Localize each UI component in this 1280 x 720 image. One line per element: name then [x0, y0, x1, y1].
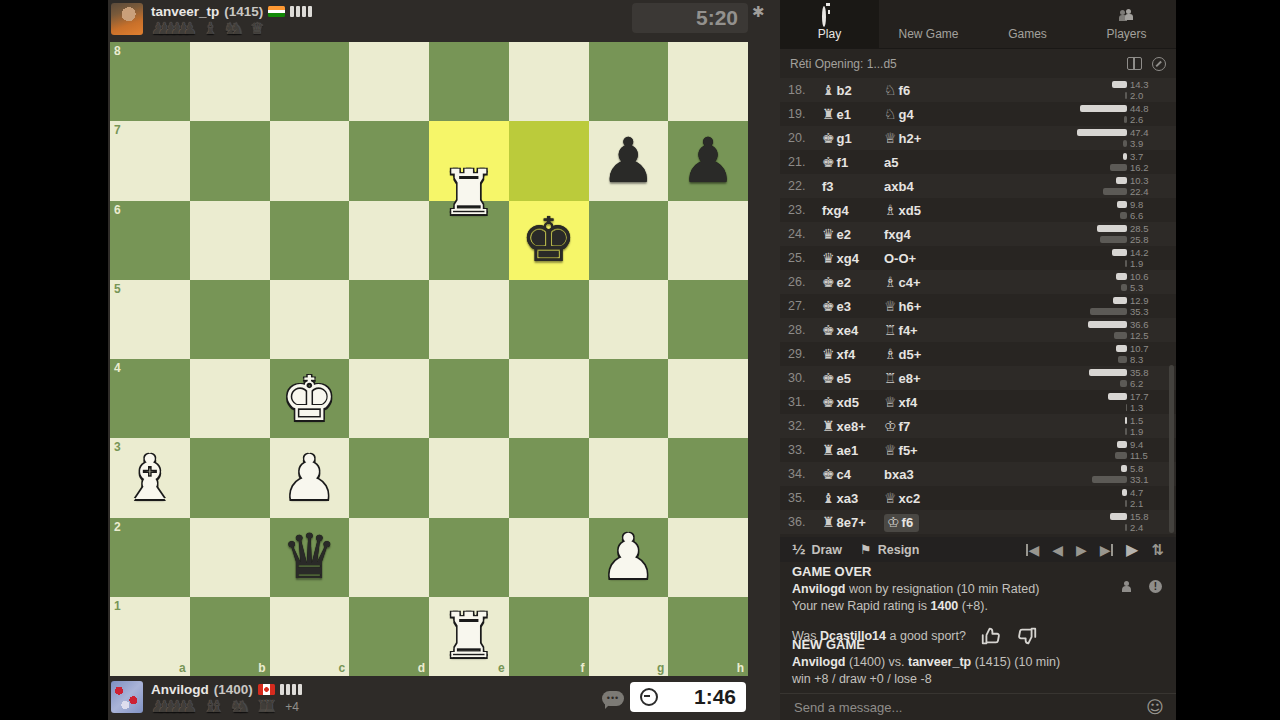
move-time-bar — [1123, 140, 1127, 147]
move-time-value: 3.7 — [1130, 151, 1158, 162]
black-queen-icon: ♕ — [884, 298, 897, 314]
move-row-26: 26.♚e2♗c4+10.65.3 — [780, 270, 1176, 294]
square-c4[interactable]: ♚ — [270, 359, 350, 438]
move-row-22: 22.f3axb410.322.4 — [780, 174, 1176, 198]
move-row-32: 32.♜xe8+♔f71.51.9 — [780, 414, 1176, 438]
bottom-captured-pieces: ♟♟♟♟♟♟♝♝♞♞♜♜+4 — [151, 698, 299, 716]
move-time-value: 1.5 — [1130, 415, 1158, 426]
clock-face-icon — [640, 688, 658, 706]
move-time-value: 25.8 — [1130, 234, 1158, 245]
move-black[interactable]: ♗c4+ — [884, 274, 976, 290]
move-list: 18.♝b2♘f614.32.019.♜e1♘g444.82.620.♚g1♕h… — [780, 78, 1176, 534]
piece-black-pawn[interactable]: ♟ — [668, 121, 748, 200]
piece-white-rook[interactable]: ♜ — [429, 153, 509, 232]
captured-pawn-icon: ♟ — [183, 21, 197, 37]
square-d7[interactable] — [349, 121, 429, 200]
move-black[interactable]: ♖f4+ — [884, 322, 976, 338]
move-row-19: 19.♜e1♘g444.82.6 — [780, 102, 1176, 126]
board-column: tanveer_tp (1415) ♟♟♟♟♟♟♝♞♞♛ 87♜♟♟6♚54♚3… — [108, 0, 780, 720]
square-b8[interactable] — [190, 42, 270, 121]
square-b7[interactable] — [190, 121, 270, 200]
white-queen-icon: ♛ — [822, 346, 835, 362]
file-label-f: f — [581, 661, 585, 675]
white-king-icon: ♚ — [822, 394, 835, 410]
square-g2[interactable]: ♟ — [589, 518, 669, 597]
square-b3[interactable] — [190, 438, 270, 517]
square-g5[interactable] — [589, 280, 669, 359]
move-black[interactable]: ♔f7 — [884, 418, 976, 434]
square-d8[interactable] — [349, 42, 429, 121]
square-f1[interactable]: f — [509, 597, 589, 676]
white-bishop-icon: ♝ — [822, 82, 835, 98]
square-f8[interactable] — [509, 42, 589, 121]
white-queen-icon: ♛ — [822, 250, 835, 266]
captured-bishop-icon: ♝ — [209, 699, 223, 715]
move-white[interactable]: ♛xf4 — [822, 346, 884, 362]
white-king-icon: ♚ — [822, 370, 835, 386]
square-g4[interactable] — [589, 359, 669, 438]
plus-square-icon — [921, 8, 937, 24]
move-time-bar — [1110, 164, 1127, 171]
square-c3[interactable]: ♟ — [270, 438, 350, 517]
move-times: 28.525.8 — [1058, 224, 1158, 245]
draw-button[interactable]: ½ Draw — [792, 542, 842, 557]
move-row-30: 30.♚e5♖e8+35.86.2 — [780, 366, 1176, 390]
tab-new-game[interactable]: New Game — [879, 0, 978, 48]
move-time-bar — [1103, 188, 1127, 195]
black-queen-icon: ♕ — [884, 394, 897, 410]
square-b4[interactable] — [190, 359, 270, 438]
move-white[interactable]: ♚g1 — [822, 130, 884, 146]
captured-queen-icon: ♛ — [250, 21, 264, 37]
move-white[interactable]: ♜xe8+ — [822, 418, 884, 434]
square-h5[interactable] — [668, 280, 748, 359]
rating-change-line: Your new Rapid rating is 1400 (+8). — [792, 598, 1164, 615]
square-b5[interactable] — [190, 280, 270, 359]
square-g7[interactable]: ♟ — [589, 121, 669, 200]
move-time-bar — [1125, 417, 1127, 424]
move-time-value: 16.2 — [1130, 162, 1158, 173]
move-white[interactable]: ♚f1 — [822, 154, 884, 170]
next-move-button[interactable]: ▶ — [1076, 542, 1087, 558]
move-black[interactable]: O-O+ — [884, 251, 976, 266]
square-d5[interactable] — [349, 280, 429, 359]
move-black[interactable]: ♕h2+ — [884, 130, 976, 146]
move-times: 10.65.3 — [1058, 272, 1158, 293]
square-c8[interactable] — [270, 42, 350, 121]
piece-white-rook[interactable]: ♜ — [429, 597, 509, 676]
move-black[interactable]: ♘g4 — [884, 106, 976, 122]
rank-label-6: 6 — [114, 203, 121, 217]
move-row-36: 36.♜8e7+♔f615.82.4 — [780, 510, 1176, 534]
tab-players[interactable]: Players — [1077, 0, 1176, 48]
bottom-player-rating: (1400) — [214, 682, 253, 697]
move-black[interactable]: ♘f6 — [884, 82, 976, 98]
explorer-icon[interactable] — [1152, 57, 1166, 71]
move-time-value: 4.7 — [1130, 487, 1158, 498]
move-times: 12.935.3 — [1058, 296, 1158, 317]
gear-icon[interactable]: ✱ — [752, 3, 765, 21]
move-black[interactable]: ♗d5+ — [884, 346, 976, 362]
share-game-icon[interactable] — [1121, 581, 1133, 593]
square-b6[interactable] — [190, 201, 270, 280]
move-time-bar — [1108, 393, 1127, 400]
move-white[interactable]: fxg4 — [822, 203, 884, 218]
report-icon[interactable]: ! — [1149, 580, 1162, 593]
move-time-bar — [1121, 465, 1127, 472]
square-d3[interactable] — [349, 438, 429, 517]
move-white[interactable]: ♚e5 — [822, 370, 884, 386]
black-bishop-icon: ♗ — [884, 202, 897, 218]
move-time-bar — [1122, 489, 1127, 496]
square-f6[interactable]: ♚ — [509, 201, 589, 280]
move-black[interactable]: ♖e8+ — [884, 370, 976, 386]
rank-label-7: 7 — [114, 123, 121, 137]
white-rook-icon: ♜ — [822, 106, 835, 122]
new-game-matchup: Anvilogd (1400) vs. tanveer_tp (1415) (1… — [792, 654, 1164, 671]
square-a6[interactable]: 6 — [110, 201, 190, 280]
move-row-35: 35.♝xa3♕xc24.72.1 — [780, 486, 1176, 510]
move-time-value: 10.7 — [1130, 343, 1158, 354]
black-knight-icon: ♘ — [884, 82, 897, 98]
tab-games[interactable]: Games — [978, 0, 1077, 48]
move-times: 35.86.2 — [1058, 368, 1158, 389]
square-h4[interactable] — [668, 359, 748, 438]
move-time-value: 14.3 — [1130, 79, 1158, 90]
move-time-value: 15.8 — [1130, 511, 1158, 522]
bottom-player-name[interactable]: Anvilogd — [151, 682, 209, 697]
move-black[interactable]: ♕f5+ — [884, 442, 976, 458]
material-advantage: +4 — [285, 700, 299, 714]
square-e7[interactable]: ♜ — [429, 121, 509, 200]
move-time-value: 1.9 — [1130, 426, 1158, 437]
top-player-name[interactable]: tanveer_tp — [151, 4, 219, 19]
move-time-bar — [1120, 380, 1127, 387]
move-time-bar — [1126, 404, 1127, 411]
piece-white-king[interactable]: ♚ — [270, 359, 350, 438]
move-black[interactable]: ♕xc2 — [884, 490, 976, 506]
square-a2[interactable]: 2 — [110, 518, 190, 597]
move-row-23: 23.fxg4♗xd59.86.6 — [780, 198, 1176, 222]
move-time-value: 8.3 — [1130, 354, 1158, 365]
captured-rook-icon: ♜ — [263, 699, 277, 715]
top-player-avatar[interactable] — [111, 3, 143, 35]
opening-book-icon[interactable] — [1127, 57, 1142, 70]
square-a5[interactable]: 5 — [110, 280, 190, 359]
file-label-g: g — [657, 661, 664, 675]
square-c7[interactable] — [270, 121, 350, 200]
white-king-icon: ♚ — [822, 466, 835, 482]
move-number: 31. — [788, 395, 822, 409]
square-f3[interactable] — [509, 438, 589, 517]
square-h3[interactable] — [668, 438, 748, 517]
move-time-bar — [1125, 92, 1127, 99]
move-times: 10.78.3 — [1058, 344, 1158, 365]
square-h8[interactable] — [668, 42, 748, 121]
opening-row: Réti Opening: 1...d5 — [780, 49, 1176, 78]
move-black[interactable]: axb4 — [884, 179, 976, 194]
move-list-scrollbar[interactable] — [1169, 365, 1174, 533]
move-time-value: 28.5 — [1130, 223, 1158, 234]
move-time-value: 5.8 — [1130, 463, 1158, 474]
captured-pawn-group: ♟♟♟♟♟♟ — [151, 21, 197, 37]
move-black[interactable]: fxg4 — [884, 227, 976, 242]
move-times: 5.833.1 — [1058, 464, 1158, 485]
move-time-bar — [1125, 260, 1127, 267]
move-time-bar — [1125, 428, 1127, 435]
file-label-d: d — [418, 661, 425, 675]
rank-label-5: 5 — [114, 282, 121, 296]
move-time-value: 2.1 — [1130, 498, 1158, 509]
captured-queen-group: ♛ — [250, 21, 264, 37]
move-number: 33. — [788, 443, 822, 457]
chat-input[interactable] — [792, 699, 1146, 716]
piece-black-queen[interactable]: ♛ — [270, 518, 350, 597]
flip-board-button[interactable]: ⇅ — [1151, 541, 1164, 559]
move-number: 23. — [788, 203, 822, 217]
move-time-bar — [1097, 225, 1127, 232]
piece-white-bishop[interactable]: ♝ — [110, 438, 190, 517]
move-time-value: 12.9 — [1130, 295, 1158, 306]
square-f7[interactable] — [509, 121, 589, 200]
square-e4[interactable] — [429, 359, 509, 438]
captured-bishop-group: ♝♝ — [203, 699, 224, 715]
move-white[interactable]: ♝b2 — [822, 82, 884, 98]
square-h1[interactable]: h — [668, 597, 748, 676]
move-number: 24. — [788, 227, 822, 241]
black-queen-icon: ♕ — [884, 442, 897, 458]
square-g1[interactable]: g — [589, 597, 669, 676]
square-h6[interactable] — [668, 201, 748, 280]
white-rook-icon: ♜ — [822, 514, 835, 530]
game-over-panel: GAME OVER Anvilogd won by resignation (1… — [780, 560, 1176, 647]
move-times: 3.716.2 — [1058, 152, 1158, 173]
move-times: 36.612.5 — [1058, 320, 1158, 341]
square-c2[interactable]: ♛ — [270, 518, 350, 597]
move-white[interactable]: ♛e2 — [822, 226, 884, 242]
square-h2[interactable] — [668, 518, 748, 597]
piece-white-pawn[interactable]: ♟ — [270, 438, 350, 517]
move-times: 9.411.5 — [1058, 440, 1158, 461]
move-number: 34. — [788, 467, 822, 481]
move-time-bar — [1117, 201, 1127, 208]
previous-move-button[interactable]: ◀ — [1052, 542, 1063, 558]
square-d4[interactable] — [349, 359, 429, 438]
move-times: 14.21.9 — [1058, 248, 1158, 269]
move-white[interactable]: ♚xd5 — [822, 394, 884, 410]
square-c5[interactable] — [270, 280, 350, 359]
square-g8[interactable] — [589, 42, 669, 121]
india-flag-icon — [268, 6, 285, 17]
chess-board[interactable]: 87♜♟♟6♚54♚3♝♟2♛♟1abcde♜fgh — [110, 42, 748, 676]
file-label-c: c — [339, 661, 346, 675]
white-rook-icon: ♜ — [822, 418, 835, 434]
square-d1[interactable]: d — [349, 597, 429, 676]
move-time-bar — [1116, 345, 1127, 352]
square-a3[interactable]: 3♝ — [110, 438, 190, 517]
tab-play[interactable]: Play — [780, 0, 879, 48]
move-time-value: 6.6 — [1130, 210, 1158, 221]
emoji-icon[interactable]: ☺ — [1146, 697, 1164, 717]
move-row-33: 33.♜ae1♕f5+9.411.5 — [780, 438, 1176, 462]
move-white[interactable]: ♜ae1 — [822, 442, 884, 458]
square-f5[interactable] — [509, 280, 589, 359]
move-black[interactable]: ♔f6 — [884, 514, 976, 530]
move-time-bar — [1116, 273, 1127, 280]
black-queen-icon: ♕ — [884, 130, 897, 146]
jump-to-end-button[interactable]: ▶ — [1100, 542, 1113, 558]
move-white[interactable]: ♚c4 — [822, 466, 884, 482]
black-bishop-icon: ♗ — [884, 346, 897, 362]
move-times: 15.82.4 — [1058, 512, 1158, 533]
captured-bishop-icon: ♝ — [203, 21, 217, 37]
rank-label-8: 8 — [114, 44, 121, 58]
move-times: 17.71.3 — [1058, 392, 1158, 413]
move-time-bar — [1125, 500, 1127, 507]
move-time-bar — [1092, 476, 1127, 483]
square-b2[interactable] — [190, 518, 270, 597]
move-times: 47.43.9 — [1058, 128, 1158, 149]
half-point-icon: ½ — [792, 542, 805, 557]
autoplay-button[interactable]: ▶ — [1126, 540, 1138, 559]
rating-bars-icon — [290, 6, 312, 17]
new-game-title: NEW GAME — [792, 637, 1164, 652]
app-window: tanveer_tp (1415) ♟♟♟♟♟♟♝♞♞♛ 87♜♟♟6♚54♚3… — [0, 0, 1280, 720]
square-e2[interactable] — [429, 518, 509, 597]
move-time-value: 1.3 — [1130, 402, 1158, 413]
rank-label-4: 4 — [114, 361, 121, 375]
move-white[interactable]: ♚e2 — [822, 274, 884, 290]
move-time-bar — [1116, 177, 1127, 184]
square-e1[interactable]: e♜ — [429, 597, 509, 676]
black-queen-icon: ♕ — [884, 490, 897, 506]
move-black[interactable]: ♗xd5 — [884, 202, 976, 218]
move-white[interactable]: ♚e3 — [822, 298, 884, 314]
move-row-34: 34.♚c4bxa35.833.1 — [780, 462, 1176, 486]
move-black[interactable]: a5 — [884, 155, 976, 170]
captured-rook-group: ♜♜ — [256, 699, 277, 715]
game-controls: ½ Draw ⚑ Resign ◀ ◀ ▶ ▶ ▶ ⇅ — [780, 537, 1176, 562]
move-time-bar — [1112, 249, 1127, 256]
piece-black-pawn[interactable]: ♟ — [589, 121, 669, 200]
piece-white-pawn[interactable]: ♟ — [589, 518, 669, 597]
tab-bar: Play New Game Games Players — [780, 0, 1176, 49]
move-time-value: 2.6 — [1130, 114, 1158, 125]
square-a8[interactable]: 8 — [110, 42, 190, 121]
move-white[interactable]: ♝xa3 — [822, 490, 884, 506]
top-player-clock: 5:20 — [632, 3, 748, 33]
move-row-27: 27.♚e3♕h6+12.935.3 — [780, 294, 1176, 318]
canada-flag-icon — [258, 684, 275, 695]
move-row-24: 24.♛e2fxg428.525.8 — [780, 222, 1176, 246]
move-times: 10.322.4 — [1058, 176, 1158, 197]
move-time-value: 35.8 — [1130, 367, 1158, 378]
move-number: 28. — [788, 323, 822, 337]
move-number: 20. — [788, 131, 822, 145]
move-black[interactable]: ♕h6+ — [884, 298, 976, 314]
captured-pawn-icon: ♟ — [183, 699, 197, 715]
white-queen-icon: ♛ — [822, 226, 835, 242]
move-white[interactable]: ♛xg4 — [822, 250, 884, 266]
move-time-bar — [1118, 356, 1127, 363]
move-time-value: 10.3 — [1130, 175, 1158, 186]
square-d2[interactable] — [349, 518, 429, 597]
move-time-bar — [1100, 236, 1127, 243]
square-d6[interactable] — [349, 201, 429, 280]
move-black[interactable]: bxa3 — [884, 467, 976, 482]
move-number: 21. — [788, 155, 822, 169]
captured-pawn-group: ♟♟♟♟♟♟ — [151, 699, 197, 715]
move-time-value: 3.9 — [1130, 138, 1158, 149]
move-number: 26. — [788, 275, 822, 289]
move-time-bar — [1124, 116, 1127, 123]
square-e8[interactable] — [429, 42, 509, 121]
move-time-value: 11.5 — [1130, 450, 1158, 461]
square-g6[interactable] — [589, 201, 669, 280]
move-time-value: 10.6 — [1130, 271, 1158, 282]
captured-knight-icon: ♞ — [230, 21, 244, 37]
square-a7[interactable]: 7 — [110, 121, 190, 200]
move-black[interactable]: ♕xf4 — [884, 394, 976, 410]
move-white[interactable]: ♜8e7+ — [822, 514, 884, 530]
move-number: 19. — [788, 107, 822, 121]
move-time-value: 44.8 — [1130, 103, 1158, 114]
square-c6[interactable] — [270, 201, 350, 280]
move-time-bar — [1110, 513, 1127, 520]
bottom-player-avatar[interactable] — [111, 681, 143, 713]
square-g3[interactable] — [589, 438, 669, 517]
move-number: 22. — [788, 179, 822, 193]
square-e3[interactable] — [429, 438, 509, 517]
new-game-odds: win +8 / draw +0 / lose -8 — [792, 671, 1164, 688]
move-time-bar — [1089, 369, 1127, 376]
chat-row: ☺ — [780, 693, 1176, 720]
people-icon — [1119, 8, 1135, 24]
move-time-value: 6.2 — [1130, 378, 1158, 389]
top-captured-pieces: ♟♟♟♟♟♟♝♞♞♛ — [151, 20, 264, 38]
square-c1[interactable]: c — [270, 597, 350, 676]
move-time-bar — [1090, 308, 1127, 315]
move-time-value: 36.6 — [1130, 319, 1158, 330]
checkerboard-icon — [1020, 8, 1036, 24]
move-white[interactable]: ♜e1 — [822, 106, 884, 122]
square-a4[interactable]: 4 — [110, 359, 190, 438]
piece-black-king[interactable]: ♚ — [509, 201, 589, 280]
white-rook-icon: ♜ — [822, 442, 835, 458]
resign-button[interactable]: ⚑ Resign — [860, 542, 919, 557]
move-time-bar — [1115, 452, 1127, 459]
opening-name[interactable]: Réti Opening: 1...d5 — [790, 57, 1127, 71]
square-e5[interactable] — [429, 280, 509, 359]
square-a1[interactable]: 1a — [110, 597, 190, 676]
white-king-icon: ♚ — [822, 154, 835, 170]
move-time-bar — [1120, 212, 1127, 219]
move-time-value: 9.4 — [1130, 439, 1158, 450]
move-times: 44.82.6 — [1058, 104, 1158, 125]
jump-to-start-button[interactable]: ◀ — [1026, 542, 1039, 558]
move-white[interactable]: f3 — [822, 179, 884, 194]
square-h7[interactable]: ♟ — [668, 121, 748, 200]
black-knight-icon: ♘ — [884, 106, 897, 122]
square-f2[interactable] — [509, 518, 589, 597]
move-white[interactable]: ♚xe4 — [822, 322, 884, 338]
chat-bubble-icon[interactable]: ••• — [602, 691, 624, 706]
square-b1[interactable]: b — [190, 597, 270, 676]
move-time-bar — [1117, 441, 1127, 448]
square-f4[interactable] — [509, 359, 589, 438]
move-time-bar — [1088, 321, 1127, 328]
game-over-result: Anvilogd won by resignation (10 min Rate… — [792, 581, 1164, 598]
